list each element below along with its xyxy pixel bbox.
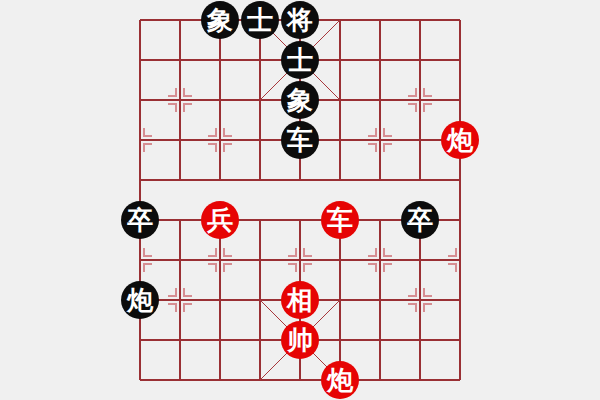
- piece-black-cannon[interactable]: 炮: [121, 281, 159, 319]
- piece-black-general[interactable]: 将: [281, 1, 319, 39]
- xiangqi-board: 象士将士象车炮卒兵车卒炮相帅炮: [120, 0, 480, 400]
- xiangqi-app: 象士将士象车炮卒兵车卒炮相帅炮: [0, 0, 600, 400]
- piece-black-advisor[interactable]: 士: [241, 1, 279, 39]
- piece-black-advisor[interactable]: 士: [281, 41, 319, 79]
- piece-black-elephant[interactable]: 象: [281, 81, 319, 119]
- piece-red-cannon[interactable]: 炮: [321, 361, 359, 399]
- piece-black-soldier[interactable]: 卒: [401, 201, 439, 239]
- piece-red-general[interactable]: 帅: [281, 321, 319, 359]
- piece-black-elephant[interactable]: 象: [201, 1, 239, 39]
- piece-black-soldier[interactable]: 卒: [121, 201, 159, 239]
- piece-red-soldier[interactable]: 兵: [201, 201, 239, 239]
- piece-red-chariot[interactable]: 车: [321, 201, 359, 239]
- piece-red-cannon[interactable]: 炮: [441, 121, 479, 159]
- piece-black-chariot[interactable]: 车: [281, 121, 319, 159]
- piece-red-elephant[interactable]: 相: [281, 281, 319, 319]
